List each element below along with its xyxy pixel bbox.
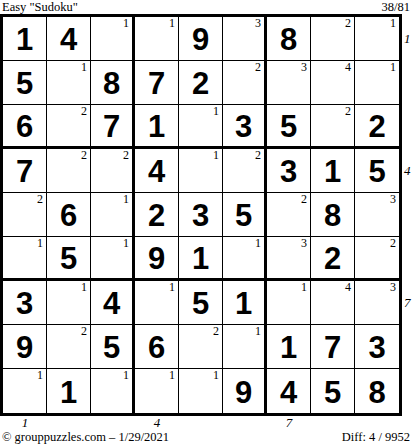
pencil-mark: 1 <box>81 61 87 74</box>
cell-r4c8[interactable]: 1 <box>311 149 355 193</box>
cell-r4c2[interactable]: 2 <box>47 149 91 193</box>
given-digit: 7 <box>324 330 341 363</box>
given-digit: 1 <box>235 286 252 319</box>
given-digit: 1 <box>16 22 33 55</box>
given-digit: 9 <box>148 241 165 274</box>
cell-r6c4[interactable]: 9 <box>135 237 179 281</box>
given-digit: 5 <box>235 198 252 231</box>
cell-r8c9[interactable]: 3 <box>355 325 399 369</box>
cell-r6c6[interactable]: 1 <box>223 237 267 281</box>
cell-r1c1[interactable]: 1 <box>3 17 47 61</box>
given-digit: 6 <box>16 109 33 142</box>
given-digit: 5 <box>60 241 77 274</box>
cell-r3c6[interactable]: 3 <box>223 105 267 149</box>
cell-r1c3[interactable]: 1 <box>91 17 135 61</box>
cell-r6c2[interactable]: 5 <box>47 237 91 281</box>
given-digit: 5 <box>324 375 341 408</box>
header: Easy "Sudoku" 38/81 <box>0 0 412 14</box>
pencil-mark: 1 <box>81 281 87 294</box>
cell-r3c8[interactable]: 2 <box>311 105 355 149</box>
pencil-mark: 1 <box>390 61 396 74</box>
row-label-7: 7 <box>404 295 411 311</box>
progress-counter: 38/81 <box>382 1 410 14</box>
cell-r5c1[interactable]: 2 <box>3 193 47 237</box>
cell-r4c4[interactable]: 4 <box>135 149 179 193</box>
cell-r4c5[interactable]: 1 <box>179 149 223 193</box>
pencil-mark: 1 <box>169 369 175 382</box>
given-digit: 1 <box>280 330 297 363</box>
cell-r9c6[interactable]: 9 <box>223 369 267 413</box>
cell-r4c7[interactable]: 3 <box>267 149 311 193</box>
cell-r3c7[interactable]: 5 <box>267 105 311 149</box>
pencil-mark: 1 <box>213 105 219 118</box>
given-digit: 1 <box>192 241 209 274</box>
given-digit: 9 <box>16 330 33 363</box>
cell-r5c5[interactable]: 3 <box>179 193 223 237</box>
cell-r7c7[interactable]: 1 <box>267 281 311 325</box>
given-digit: 2 <box>324 241 341 274</box>
given-digit: 1 <box>324 154 341 187</box>
pencil-mark: 3 <box>301 61 307 74</box>
cell-r9c4[interactable]: 1 <box>135 369 179 413</box>
cell-r1c7[interactable]: 8 <box>267 17 311 61</box>
cell-r5c3[interactable]: 1 <box>91 193 135 237</box>
pencil-mark: 1 <box>213 369 219 382</box>
cell-r8c1[interactable]: 9 <box>3 325 47 369</box>
pencil-mark: 2 <box>255 149 261 162</box>
pencil-mark: 1 <box>37 237 43 250</box>
given-digit: 5 <box>103 330 120 363</box>
col-labels: 147 <box>0 416 402 430</box>
cell-r2c5[interactable]: 2 <box>179 61 223 105</box>
given-digit: 2 <box>192 66 209 99</box>
footer: © grouppuzzles.com – 1/29/2021 Diff: 4 /… <box>0 430 412 444</box>
pencil-mark: 2 <box>213 325 219 338</box>
pencil-mark: 1 <box>301 281 307 294</box>
cell-r7c2[interactable]: 1 <box>47 281 91 325</box>
cell-r3c3[interactable]: 7 <box>91 105 135 149</box>
cell-r7c8[interactable]: 4 <box>311 281 355 325</box>
given-digit: 3 <box>280 154 297 187</box>
cell-r2c4[interactable]: 7 <box>135 61 179 105</box>
cell-r7c5[interactable]: 5 <box>179 281 223 325</box>
cell-r7c3[interactable]: 4 <box>91 281 135 325</box>
cell-r8c8[interactable]: 7 <box>311 325 355 369</box>
cell-r2c1[interactable]: 5 <box>3 61 47 105</box>
pencil-mark: 2 <box>81 149 87 162</box>
cell-r6c8[interactable]: 2 <box>311 237 355 281</box>
given-digit: 7 <box>148 66 165 99</box>
pencil-mark: 2 <box>81 325 87 338</box>
given-digit: 7 <box>103 109 120 142</box>
given-digit: 8 <box>280 22 297 55</box>
pencil-mark: 2 <box>301 193 307 206</box>
cell-r9c7[interactable]: 4 <box>267 369 311 413</box>
pencil-mark: 1 <box>255 237 261 250</box>
cell-r8c4[interactable]: 6 <box>135 325 179 369</box>
cell-r2c9[interactable]: 1 <box>355 61 399 105</box>
pencil-mark: 1 <box>169 17 175 30</box>
pencil-mark: 1 <box>123 369 129 382</box>
given-digit: 5 <box>16 66 33 99</box>
given-digit: 1 <box>148 109 165 142</box>
pencil-mark: 1 <box>390 17 396 30</box>
given-digit: 5 <box>192 286 209 319</box>
given-digit: 1 <box>60 375 77 408</box>
cell-r7c1[interactable]: 3 <box>3 281 47 325</box>
cell-r9c5[interactable]: 1 <box>179 369 223 413</box>
given-digit: 3 <box>368 330 385 363</box>
pencil-mark: 4 <box>345 281 351 294</box>
given-digit: 8 <box>103 66 120 99</box>
cell-r3c2[interactable]: 2 <box>47 105 91 149</box>
pencil-mark: 2 <box>37 193 43 206</box>
given-digit: 7 <box>16 154 33 187</box>
given-digit: 9 <box>235 375 252 408</box>
row-label-1: 1 <box>404 31 411 47</box>
cell-r2c2[interactable]: 1 <box>47 61 91 105</box>
cell-r8c2[interactable]: 2 <box>47 325 91 369</box>
pencil-mark: 2 <box>390 237 396 250</box>
cell-r9c2[interactable]: 1 <box>47 369 91 413</box>
pencil-mark: 1 <box>169 281 175 294</box>
cell-r5c2[interactable]: 6 <box>47 193 91 237</box>
difficulty-text: Diff: 4 / 9952 <box>342 431 410 444</box>
cell-r1c6[interactable]: 3 <box>223 17 267 61</box>
puzzle-title: Easy "Sudoku" <box>2 1 78 14</box>
pencil-mark: 2 <box>255 61 261 74</box>
cell-r2c7[interactable]: 3 <box>267 61 311 105</box>
board-area: 1411938215187223416271135227224123152612… <box>0 14 412 416</box>
cell-r7c4[interactable]: 1 <box>135 281 179 325</box>
cell-r9c1[interactable]: 1 <box>3 369 47 413</box>
pencil-mark: 2 <box>345 17 351 30</box>
given-digit: 3 <box>16 286 33 319</box>
cell-r1c2[interactable]: 4 <box>47 17 91 61</box>
cell-r4c3[interactable]: 2 <box>91 149 135 193</box>
copyright-text: © grouppuzzles.com – 1/29/2021 <box>2 431 169 444</box>
pencil-mark: 1 <box>123 17 129 30</box>
cell-r1c8[interactable]: 2 <box>311 17 355 61</box>
cell-r5c9[interactable]: 3 <box>355 193 399 237</box>
cell-r8c3[interactable]: 5 <box>91 325 135 369</box>
cell-r5c8[interactable]: 8 <box>311 193 355 237</box>
row-labels: 147 <box>402 14 412 416</box>
cell-r4c6[interactable]: 2 <box>223 149 267 193</box>
given-digit: 2 <box>368 109 385 142</box>
given-digit: 9 <box>192 22 209 55</box>
sudoku-board: 1411938215187223416271135227224123152612… <box>0 14 402 416</box>
cell-r8c6[interactable]: 1 <box>223 325 267 369</box>
pencil-mark: 3 <box>255 17 261 30</box>
cell-r3c4[interactable]: 1 <box>135 105 179 149</box>
pencil-mark: 1 <box>123 193 129 206</box>
given-digit: 4 <box>280 375 297 408</box>
cell-r4c1[interactable]: 7 <box>3 149 47 193</box>
cell-r4c9[interactable]: 5 <box>355 149 399 193</box>
cell-r9c3[interactable]: 1 <box>91 369 135 413</box>
cell-r6c5[interactable]: 1 <box>179 237 223 281</box>
pencil-mark: 1 <box>37 369 43 382</box>
given-digit: 8 <box>324 198 341 231</box>
pencil-mark: 2 <box>123 149 129 162</box>
pencil-mark: 2 <box>345 105 351 118</box>
pencil-mark: 4 <box>345 61 351 74</box>
cell-r7c9[interactable]: 3 <box>355 281 399 325</box>
given-digit: 3 <box>192 198 209 231</box>
pencil-mark: 1 <box>123 237 129 250</box>
cell-r8c5[interactable]: 2 <box>179 325 223 369</box>
cell-r2c6[interactable]: 2 <box>223 61 267 105</box>
cell-r6c7[interactable]: 3 <box>267 237 311 281</box>
given-digit: 4 <box>103 286 120 319</box>
cell-r8c7[interactable]: 1 <box>267 325 311 369</box>
cell-r5c6[interactable]: 5 <box>223 193 267 237</box>
pencil-mark: 1 <box>255 325 261 338</box>
cell-r1c9[interactable]: 1 <box>355 17 399 61</box>
pencil-mark: 3 <box>301 237 307 250</box>
cell-r6c1[interactable]: 1 <box>3 237 47 281</box>
pencil-mark: 2 <box>81 105 87 118</box>
given-digit: 6 <box>148 330 165 363</box>
pencil-mark: 3 <box>390 193 396 206</box>
given-digit: 6 <box>60 198 77 231</box>
cell-r9c8[interactable]: 5 <box>311 369 355 413</box>
given-digit: 5 <box>280 109 297 142</box>
col-label-1: 1 <box>22 415 29 431</box>
cell-r2c3[interactable]: 8 <box>91 61 135 105</box>
given-digit: 5 <box>368 154 385 187</box>
cell-r1c5[interactable]: 9 <box>179 17 223 61</box>
cell-r7c6[interactable]: 1 <box>223 281 267 325</box>
row-label-4: 4 <box>404 163 411 179</box>
cell-r6c9[interactable]: 2 <box>355 237 399 281</box>
given-digit: 4 <box>148 154 165 187</box>
cell-r5c7[interactable]: 2 <box>267 193 311 237</box>
pencil-mark: 1 <box>213 149 219 162</box>
cell-r3c1[interactable]: 6 <box>3 105 47 149</box>
col-label-7: 7 <box>286 415 293 431</box>
cell-r5c4[interactable]: 2 <box>135 193 179 237</box>
cell-r3c5[interactable]: 1 <box>179 105 223 149</box>
cell-r2c8[interactable]: 4 <box>311 61 355 105</box>
given-digit: 2 <box>148 198 165 231</box>
cell-r3c9[interactable]: 2 <box>355 105 399 149</box>
given-digit: 8 <box>368 375 385 408</box>
given-digit: 3 <box>235 109 252 142</box>
given-digit: 4 <box>60 22 77 55</box>
cell-r1c4[interactable]: 1 <box>135 17 179 61</box>
pencil-mark: 3 <box>390 281 396 294</box>
cell-r9c9[interactable]: 8 <box>355 369 399 413</box>
sudoku-page: Easy "Sudoku" 38/81 14119382151872234162… <box>0 0 412 445</box>
cell-r6c3[interactable]: 1 <box>91 237 135 281</box>
col-label-4: 4 <box>154 415 161 431</box>
